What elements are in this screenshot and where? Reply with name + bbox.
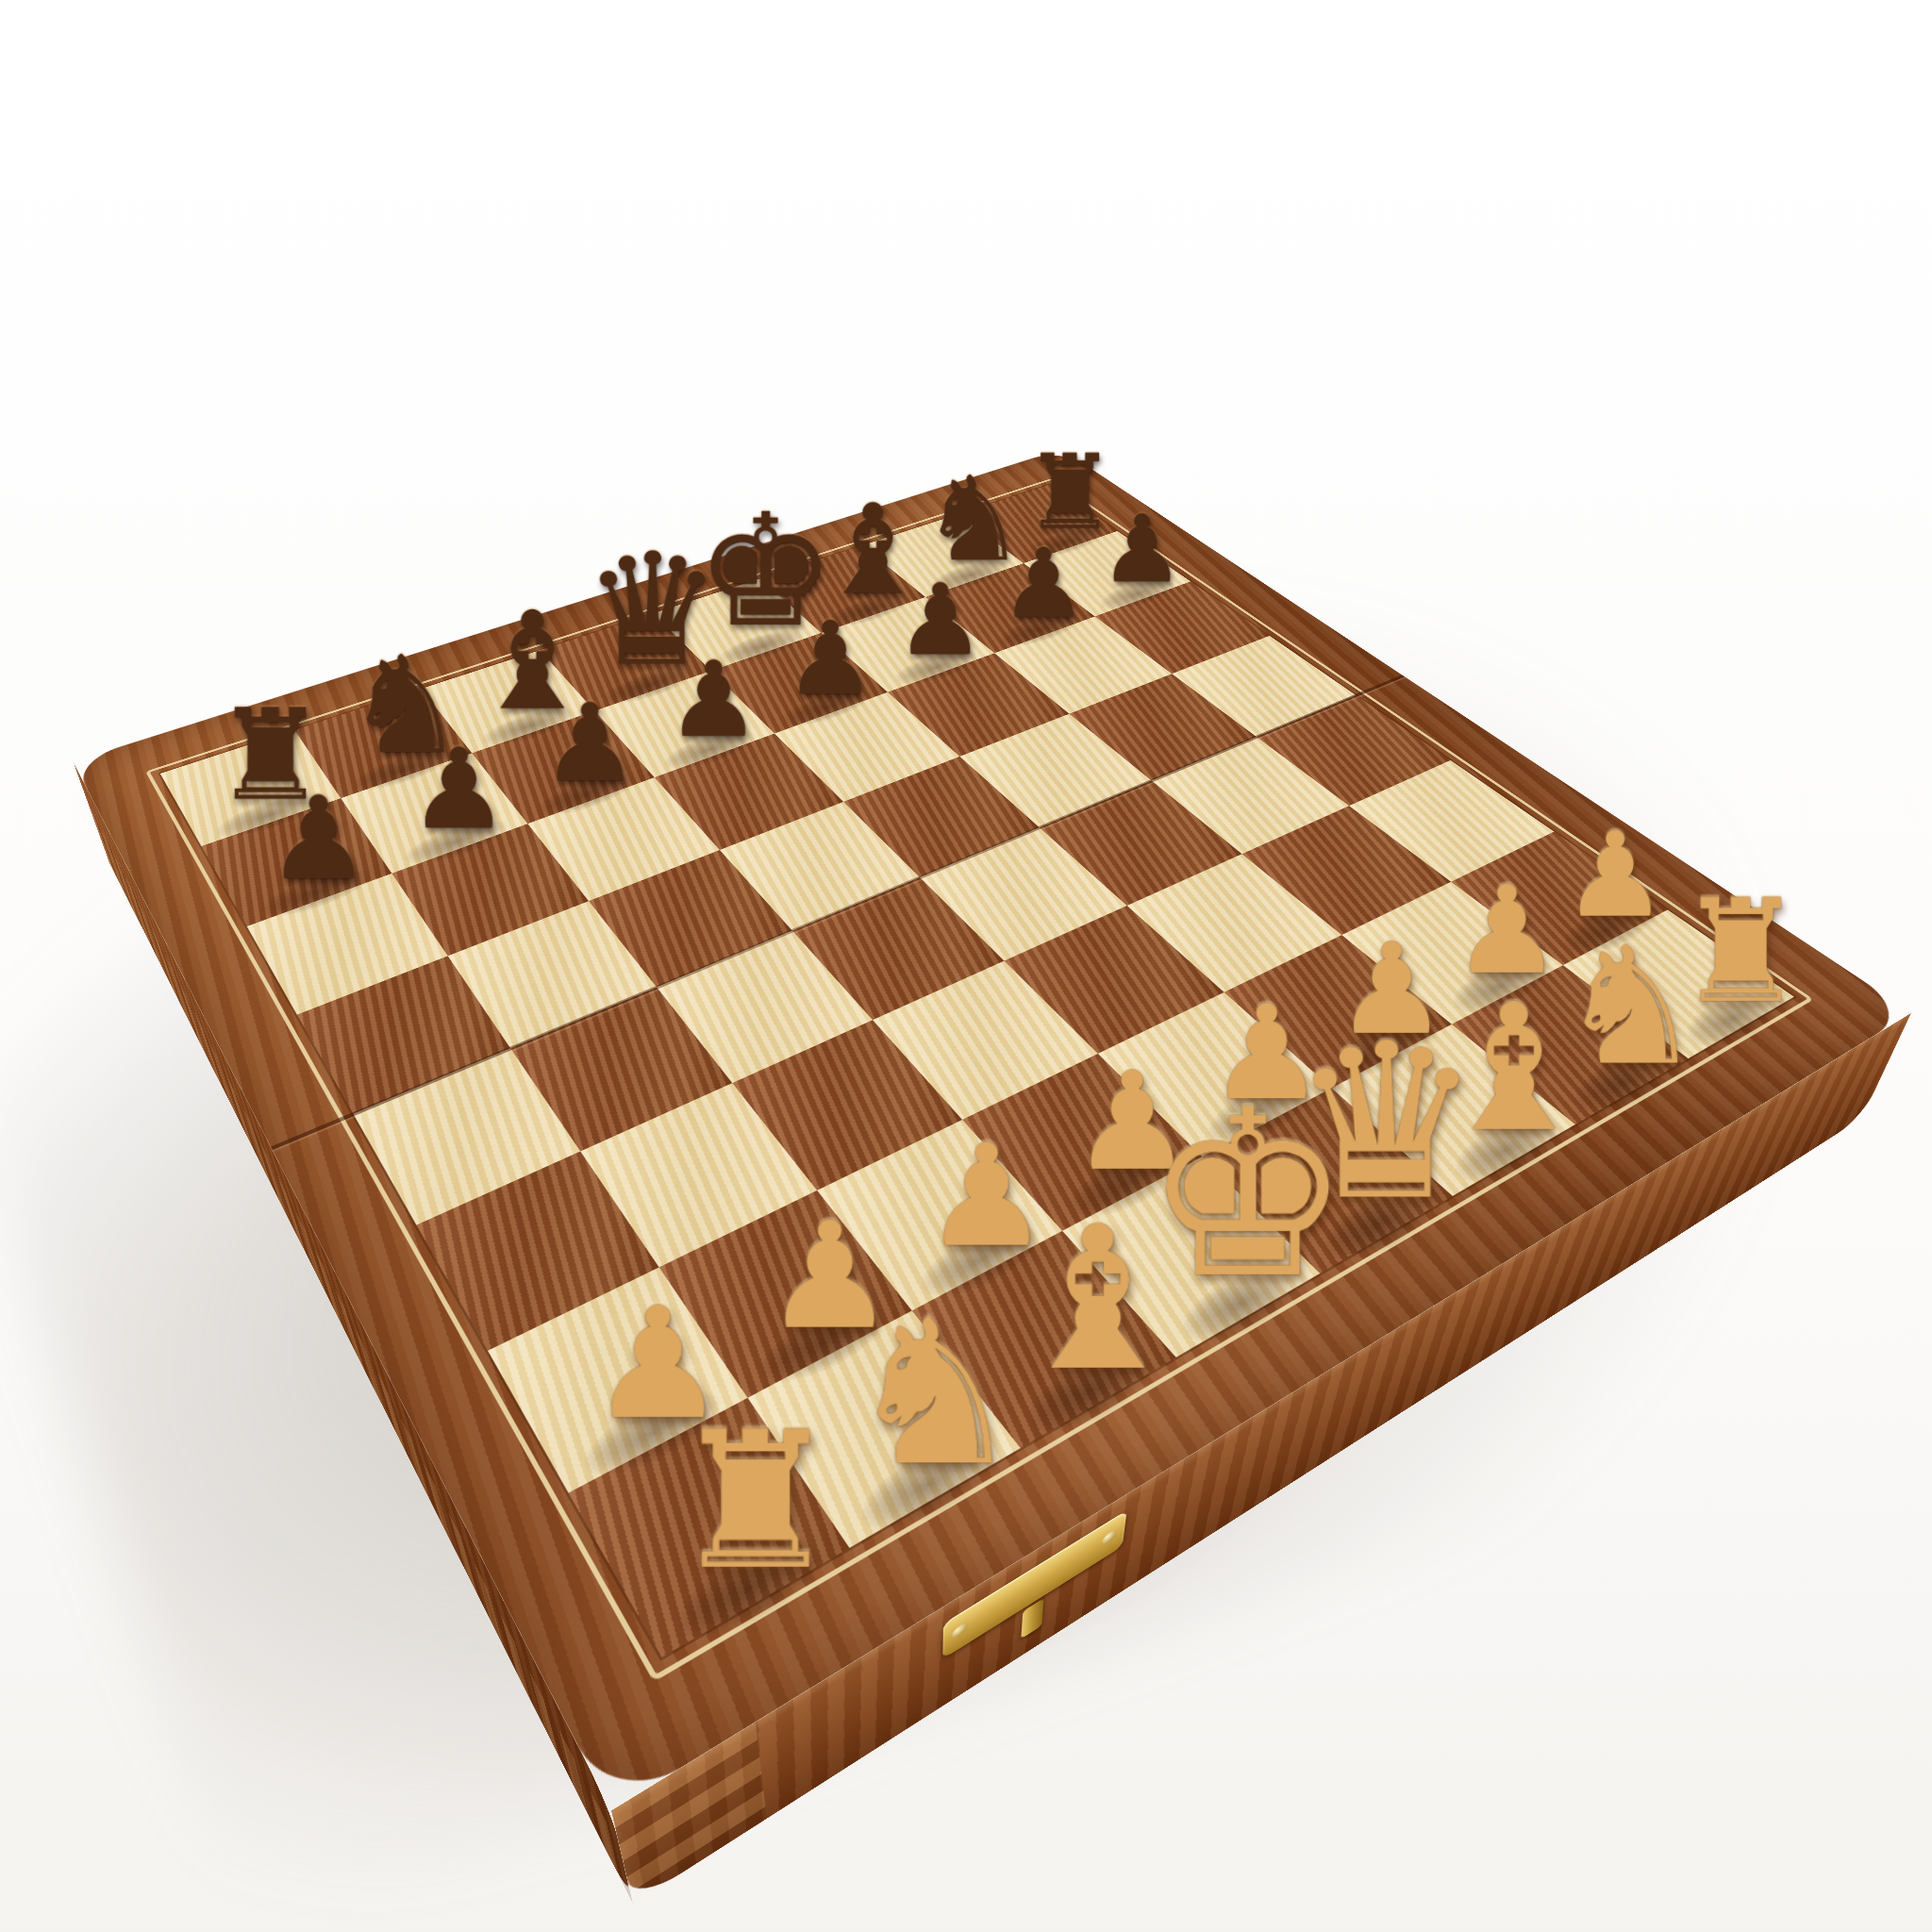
square-g1[interactable] xyxy=(1452,965,1689,1124)
square-c4[interactable] xyxy=(657,930,873,1083)
square-d3[interactable] xyxy=(873,960,1097,1119)
square-c2[interactable] xyxy=(816,1119,1062,1310)
product-photo-scene: ♜♞♝♛♚♝♞♜♟♟♟♟♟♟♟♟♟♟♟♟♟♟♟♟♜♞♝♚♛♝♞♜ xyxy=(0,0,1932,1932)
square-a4[interactable] xyxy=(353,1048,579,1224)
square-a3[interactable] xyxy=(416,1151,658,1350)
square-b3[interactable] xyxy=(580,1083,816,1267)
square-d2[interactable] xyxy=(962,1054,1202,1231)
square-b4[interactable] xyxy=(510,988,732,1152)
square-d1[interactable] xyxy=(1063,1157,1321,1357)
square-b5[interactable] xyxy=(448,901,657,1048)
square-f1[interactable] xyxy=(1331,1024,1574,1196)
square-e1[interactable] xyxy=(1202,1089,1452,1274)
square-a6[interactable] xyxy=(247,874,448,1015)
square-f2[interactable] xyxy=(1224,935,1452,1089)
square-c1[interactable] xyxy=(911,1231,1176,1449)
square-e3[interactable] xyxy=(1004,906,1224,1054)
square-a1[interactable] xyxy=(569,1398,849,1657)
square-a2[interactable] xyxy=(488,1267,748,1493)
square-b2[interactable] xyxy=(658,1191,911,1398)
square-d4[interactable] xyxy=(792,877,1004,1020)
square-c3[interactable] xyxy=(732,1020,962,1191)
square-e2[interactable] xyxy=(1098,992,1332,1158)
square-b1[interactable] xyxy=(747,1311,1020,1548)
square-a5[interactable] xyxy=(297,957,510,1114)
square-g2[interactable] xyxy=(1341,881,1564,1024)
square-h1[interactable] xyxy=(1563,909,1794,1058)
